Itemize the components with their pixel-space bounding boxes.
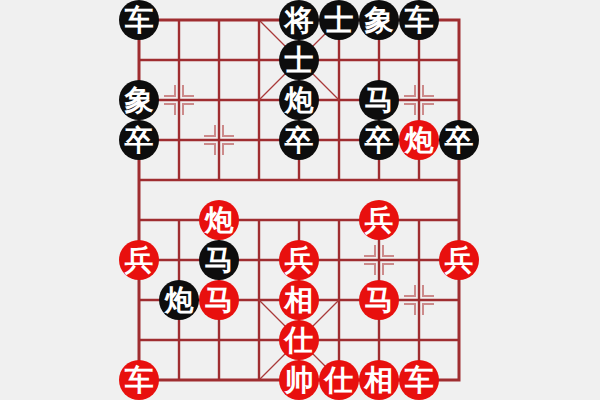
piece-black-cannon[interactable]: 炮	[279, 80, 319, 120]
point-marker-corner	[404, 103, 416, 115]
piece-red-chariot[interactable]: 车	[119, 360, 159, 400]
point-marker-corner	[422, 85, 434, 97]
point-marker-corner	[222, 125, 234, 137]
piece-red-king[interactable]: 帅	[279, 360, 319, 400]
piece-black-soldier[interactable]: 卒	[119, 120, 159, 160]
point-marker-corner	[364, 245, 376, 257]
point-marker-corner	[382, 263, 394, 275]
xiangqi-board: 车将士象车士象炮马卒卒卒炮卒炮兵兵马兵兵炮马相马仕车帅仕相车	[0, 0, 600, 400]
piece-black-chariot[interactable]: 车	[119, 0, 159, 40]
piece-red-chariot[interactable]: 车	[399, 360, 439, 400]
piece-red-cannon[interactable]: 炮	[399, 120, 439, 160]
point-marker-corner	[164, 85, 176, 97]
point-marker-corner	[182, 85, 194, 97]
piece-black-elephant[interactable]: 象	[119, 80, 159, 120]
point-marker-corner	[364, 263, 376, 275]
piece-black-advisor[interactable]: 士	[319, 0, 359, 40]
point-marker	[203, 124, 235, 156]
point-marker-corner	[204, 125, 216, 137]
point-marker-corner	[382, 245, 394, 257]
piece-red-advisor[interactable]: 仕	[279, 320, 319, 360]
point-marker-corner	[404, 285, 416, 297]
piece-black-soldier[interactable]: 卒	[279, 120, 319, 160]
piece-black-elephant[interactable]: 象	[359, 0, 399, 40]
point-marker	[163, 84, 195, 116]
piece-black-general[interactable]: 将	[279, 0, 319, 40]
piece-black-horse[interactable]: 马	[359, 80, 399, 120]
point-marker-corner	[422, 303, 434, 315]
piece-red-soldier[interactable]: 兵	[279, 240, 319, 280]
piece-red-horse[interactable]: 马	[359, 280, 399, 320]
piece-red-cannon[interactable]: 炮	[199, 200, 239, 240]
piece-black-chariot[interactable]: 车	[399, 0, 439, 40]
piece-red-soldier[interactable]: 兵	[359, 200, 399, 240]
point-marker-corner	[204, 143, 216, 155]
piece-red-elephant[interactable]: 相	[359, 360, 399, 400]
point-marker-corner	[422, 103, 434, 115]
point-marker-corner	[422, 285, 434, 297]
piece-black-advisor[interactable]: 士	[279, 40, 319, 80]
piece-black-soldier[interactable]: 卒	[359, 120, 399, 160]
point-marker-corner	[182, 103, 194, 115]
piece-red-elephant[interactable]: 相	[279, 280, 319, 320]
piece-red-soldier[interactable]: 兵	[439, 240, 479, 280]
piece-red-advisor[interactable]: 仕	[319, 360, 359, 400]
piece-red-soldier[interactable]: 兵	[119, 240, 159, 280]
point-marker-corner	[164, 103, 176, 115]
point-marker	[403, 84, 435, 116]
point-marker-corner	[404, 303, 416, 315]
piece-black-soldier[interactable]: 卒	[439, 120, 479, 160]
piece-black-horse[interactable]: 马	[199, 240, 239, 280]
point-marker-corner	[222, 143, 234, 155]
point-marker	[363, 244, 395, 276]
point-marker	[403, 284, 435, 316]
point-marker-corner	[404, 85, 416, 97]
piece-red-horse[interactable]: 马	[199, 280, 239, 320]
piece-black-cannon[interactable]: 炮	[159, 280, 199, 320]
